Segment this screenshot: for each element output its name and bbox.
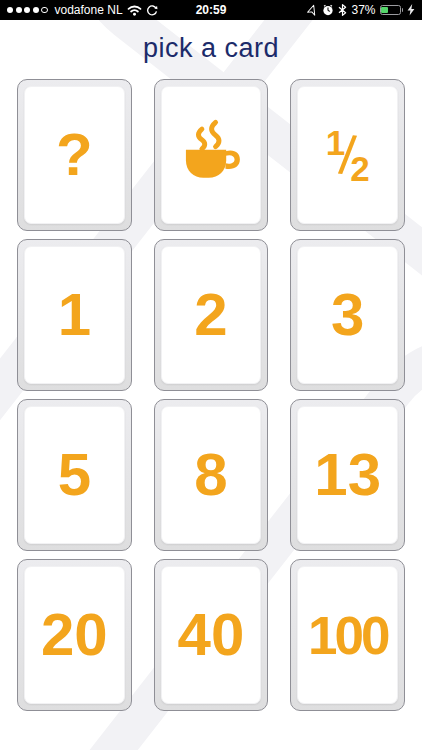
battery-icon	[380, 5, 404, 15]
bluetooth-icon	[338, 4, 347, 16]
card-value: ?	[56, 125, 93, 185]
card-coffee[interactable]	[154, 79, 269, 231]
card-value: 8	[194, 445, 227, 505]
wifi-icon	[127, 5, 142, 16]
card-value: 40	[178, 605, 245, 665]
card-face: 2	[161, 246, 262, 384]
card-face: ?	[24, 86, 125, 224]
card-value: 13	[314, 445, 381, 505]
signal-dots-icon	[7, 7, 48, 14]
card-value: 3	[331, 285, 364, 345]
card-value: 1	[58, 285, 91, 345]
card-face: 100	[297, 566, 398, 704]
card-13[interactable]: 13	[290, 399, 405, 551]
card-unknown[interactable]: ?	[17, 79, 132, 231]
battery-percent-label: 37%	[351, 3, 375, 17]
card-2[interactable]: 2	[154, 239, 269, 391]
charging-bolt-icon	[407, 4, 415, 16]
card-face: 8	[161, 406, 262, 544]
carrier-label: vodafone NL	[55, 3, 123, 17]
card-3[interactable]: 3	[290, 239, 405, 391]
status-bar: vodafone NL 20:59	[0, 0, 422, 20]
card-face: 1	[24, 246, 125, 384]
location-icon	[306, 4, 318, 16]
card-face: 20	[24, 566, 125, 704]
card-value: 2	[194, 285, 227, 345]
card-40[interactable]: 40	[154, 559, 269, 711]
card-value: 100	[308, 609, 387, 662]
card-face	[161, 86, 262, 224]
card-face: 13	[297, 406, 398, 544]
page-title: pick a card	[0, 33, 422, 64]
battery-fill	[381, 7, 388, 14]
card-value: 5	[58, 445, 91, 505]
card-100[interactable]: 100	[290, 559, 405, 711]
card-8[interactable]: 8	[154, 399, 269, 551]
sync-icon	[146, 4, 158, 16]
card-grid: ? 1/2 1 2 3 5 8 13 20 40 100	[17, 79, 405, 711]
card-value-fraction: 1/2	[326, 128, 370, 182]
card-half[interactable]: 1/2	[290, 79, 405, 231]
card-value: 20	[41, 605, 108, 665]
coffee-cup-icon	[173, 117, 249, 193]
card-1[interactable]: 1	[17, 239, 132, 391]
alarm-icon	[322, 4, 334, 16]
card-face: 40	[161, 566, 262, 704]
card-face: 1/2	[297, 86, 398, 224]
card-5[interactable]: 5	[17, 399, 132, 551]
card-20[interactable]: 20	[17, 559, 132, 711]
card-face: 5	[24, 406, 125, 544]
card-face: 3	[297, 246, 398, 384]
